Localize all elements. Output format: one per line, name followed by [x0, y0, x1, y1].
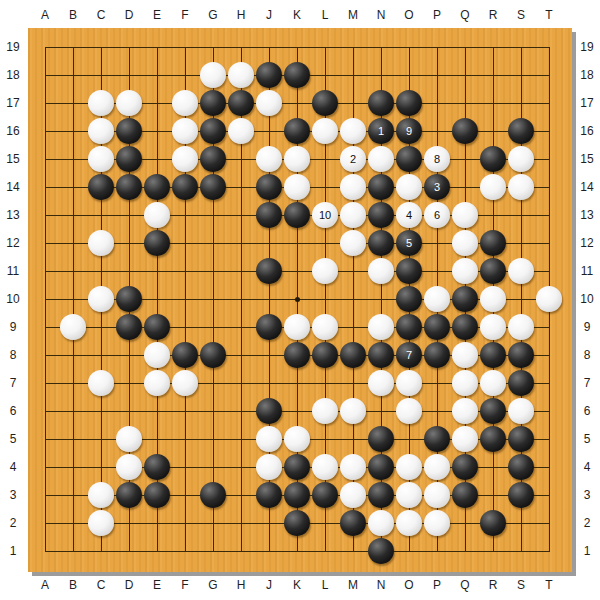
row-label-right: 12 [576, 236, 598, 250]
black-stone [144, 174, 170, 200]
black-stone [368, 482, 394, 508]
black-stone [424, 342, 450, 368]
white-stone [144, 342, 170, 368]
column-label-bottom: N [371, 578, 391, 592]
white-stone [396, 510, 422, 536]
black-stone [200, 118, 226, 144]
black-stone [284, 118, 310, 144]
white-stone [508, 146, 534, 172]
row-label-right: 5 [576, 432, 598, 446]
row-label-left: 5 [2, 432, 24, 446]
row-label-right: 19 [576, 40, 598, 54]
white-stone [256, 426, 282, 452]
white-stone [508, 174, 534, 200]
column-label-bottom: K [287, 578, 307, 592]
column-label-bottom: C [91, 578, 111, 592]
black-stone [368, 426, 394, 452]
black-stone [284, 202, 310, 228]
column-label-top: T [539, 8, 559, 22]
column-label-top: M [343, 8, 363, 22]
black-stone [480, 426, 506, 452]
row-label-left: 4 [2, 460, 24, 474]
column-label-bottom: S [511, 578, 531, 592]
column-label-bottom: L [315, 578, 335, 592]
move-number: 5 [406, 237, 412, 249]
white-stone [396, 398, 422, 424]
column-label-bottom: H [231, 578, 251, 592]
move-number: 9 [406, 125, 412, 137]
column-label-bottom: E [147, 578, 167, 592]
column-label-top: R [483, 8, 503, 22]
black-stone [452, 118, 478, 144]
white-stone [340, 118, 366, 144]
black-stone [340, 510, 366, 536]
row-label-left: 15 [2, 152, 24, 166]
white-stone [228, 62, 254, 88]
star-point [295, 297, 300, 302]
black-stone [116, 286, 142, 312]
white-stone [396, 370, 422, 396]
black-stone [284, 62, 310, 88]
white-stone [284, 314, 310, 340]
row-label-right: 3 [576, 488, 598, 502]
row-label-right: 1 [576, 544, 598, 558]
row-label-left: 12 [2, 236, 24, 250]
white-stone [340, 174, 366, 200]
row-label-right: 17 [576, 96, 598, 110]
column-label-top: A [35, 8, 55, 22]
move-number: 8 [434, 153, 440, 165]
black-stone [200, 174, 226, 200]
black-stone [88, 174, 114, 200]
white-stone [480, 286, 506, 312]
black-stone [368, 342, 394, 368]
black-stone [144, 230, 170, 256]
black-stone [396, 90, 422, 116]
white-stone [340, 230, 366, 256]
black-stone [256, 62, 282, 88]
white-stone [368, 146, 394, 172]
white-stone [116, 454, 142, 480]
black-stone [284, 482, 310, 508]
black-stone [368, 538, 394, 564]
go-board-app: 19283104657 AABBCCDDEEFFGGHHJJKKLLMMNNOO… [0, 0, 600, 600]
white-stone [312, 314, 338, 340]
black-stone [508, 342, 534, 368]
white-stone [88, 482, 114, 508]
black-stone: 3 [424, 174, 450, 200]
row-label-right: 4 [576, 460, 598, 474]
row-label-left: 11 [2, 264, 24, 278]
black-stone [368, 202, 394, 228]
column-label-bottom: T [539, 578, 559, 592]
column-label-top: D [119, 8, 139, 22]
black-stone [200, 342, 226, 368]
column-label-bottom: D [119, 578, 139, 592]
move-number: 7 [406, 349, 412, 361]
black-stone [508, 370, 534, 396]
black-stone [116, 118, 142, 144]
row-label-right: 13 [576, 208, 598, 222]
black-stone [228, 90, 254, 116]
black-stone [480, 230, 506, 256]
row-label-right: 15 [576, 152, 598, 166]
black-stone [396, 146, 422, 172]
white-stone [144, 202, 170, 228]
white-stone [452, 370, 478, 396]
column-label-top: J [259, 8, 279, 22]
white-stone [424, 510, 450, 536]
black-stone [508, 482, 534, 508]
black-stone [256, 482, 282, 508]
white-stone [340, 482, 366, 508]
black-stone [256, 258, 282, 284]
row-label-right: 7 [576, 376, 598, 390]
column-label-bottom: Q [455, 578, 475, 592]
black-stone [172, 342, 198, 368]
black-stone [256, 314, 282, 340]
move-number: 4 [406, 209, 412, 221]
white-stone [172, 90, 198, 116]
black-stone [116, 146, 142, 172]
white-stone [172, 118, 198, 144]
column-label-bottom: O [399, 578, 419, 592]
white-stone [424, 286, 450, 312]
row-label-right: 16 [576, 124, 598, 138]
white-stone [452, 258, 478, 284]
white-stone [368, 314, 394, 340]
white-stone [396, 482, 422, 508]
white-stone [88, 370, 114, 396]
row-label-right: 14 [576, 180, 598, 194]
column-label-top: H [231, 8, 251, 22]
white-stone: 6 [424, 202, 450, 228]
row-label-left: 13 [2, 208, 24, 222]
column-label-bottom: P [427, 578, 447, 592]
black-stone [284, 510, 310, 536]
row-label-left: 19 [2, 40, 24, 54]
column-label-bottom: B [63, 578, 83, 592]
row-label-left: 2 [2, 516, 24, 530]
white-stone [200, 62, 226, 88]
column-label-bottom: J [259, 578, 279, 592]
black-stone [116, 314, 142, 340]
black-stone [452, 286, 478, 312]
white-stone [284, 174, 310, 200]
column-label-bottom: A [35, 578, 55, 592]
black-stone [200, 90, 226, 116]
white-stone: 8 [424, 146, 450, 172]
black-stone [200, 482, 226, 508]
column-label-bottom: G [203, 578, 223, 592]
black-stone: 7 [396, 342, 422, 368]
white-stone: 4 [396, 202, 422, 228]
move-number: 3 [434, 181, 440, 193]
row-label-left: 7 [2, 376, 24, 390]
row-label-left: 3 [2, 488, 24, 502]
black-stone [480, 342, 506, 368]
black-stone [312, 90, 338, 116]
black-stone [480, 146, 506, 172]
white-stone [508, 398, 534, 424]
white-stone: 10 [312, 202, 338, 228]
white-stone [60, 314, 86, 340]
black-stone [396, 314, 422, 340]
white-stone [396, 174, 422, 200]
black-stone [144, 482, 170, 508]
white-stone [452, 426, 478, 452]
white-stone [144, 370, 170, 396]
white-stone [312, 258, 338, 284]
white-stone [424, 482, 450, 508]
row-label-right: 18 [576, 68, 598, 82]
black-stone [312, 482, 338, 508]
white-stone [340, 398, 366, 424]
black-stone [284, 342, 310, 368]
black-stone [424, 426, 450, 452]
black-stone [396, 258, 422, 284]
row-label-right: 2 [576, 516, 598, 530]
white-stone [480, 314, 506, 340]
white-stone [256, 146, 282, 172]
row-label-left: 16 [2, 124, 24, 138]
move-number: 6 [434, 209, 440, 221]
black-stone [508, 454, 534, 480]
white-stone [368, 258, 394, 284]
move-number: 1 [378, 125, 384, 137]
black-stone [368, 454, 394, 480]
black-stone [284, 454, 310, 480]
black-stone: 1 [368, 118, 394, 144]
column-label-bottom: M [343, 578, 363, 592]
white-stone [256, 454, 282, 480]
white-stone: 2 [340, 146, 366, 172]
black-stone [480, 398, 506, 424]
column-label-top: P [427, 8, 447, 22]
column-label-top: B [63, 8, 83, 22]
column-label-top: O [399, 8, 419, 22]
white-stone [508, 314, 534, 340]
column-label-bottom: F [175, 578, 195, 592]
white-stone [368, 510, 394, 536]
white-stone [116, 426, 142, 452]
white-stone [88, 90, 114, 116]
white-stone [312, 118, 338, 144]
column-label-bottom: R [483, 578, 503, 592]
column-label-top: S [511, 8, 531, 22]
black-stone [452, 454, 478, 480]
black-stone [200, 146, 226, 172]
black-stone [368, 230, 394, 256]
black-stone [340, 342, 366, 368]
white-stone [480, 370, 506, 396]
white-stone [452, 230, 478, 256]
white-stone [312, 454, 338, 480]
black-stone [312, 342, 338, 368]
white-stone [228, 118, 254, 144]
column-label-top: N [371, 8, 391, 22]
row-label-right: 10 [576, 292, 598, 306]
column-label-top: L [315, 8, 335, 22]
column-label-top: K [287, 8, 307, 22]
black-stone [396, 286, 422, 312]
move-number: 10 [319, 209, 331, 221]
black-stone [508, 118, 534, 144]
white-stone [340, 202, 366, 228]
row-label-right: 8 [576, 348, 598, 362]
row-label-left: 1 [2, 544, 24, 558]
white-stone [284, 426, 310, 452]
row-label-left: 9 [2, 320, 24, 334]
column-label-top: E [147, 8, 167, 22]
row-label-left: 10 [2, 292, 24, 306]
white-stone [508, 258, 534, 284]
row-label-left: 6 [2, 404, 24, 418]
black-stone [452, 482, 478, 508]
black-stone: 5 [396, 230, 422, 256]
white-stone [536, 286, 562, 312]
black-stone [144, 454, 170, 480]
row-label-left: 14 [2, 180, 24, 194]
row-label-left: 17 [2, 96, 24, 110]
white-stone [452, 398, 478, 424]
white-stone [396, 454, 422, 480]
white-stone [312, 398, 338, 424]
go-board[interactable]: 19283104657 [28, 28, 572, 572]
white-stone [172, 370, 198, 396]
white-stone [256, 90, 282, 116]
black-stone [480, 510, 506, 536]
white-stone [88, 230, 114, 256]
black-stone [172, 174, 198, 200]
white-stone [424, 454, 450, 480]
white-stone [452, 342, 478, 368]
column-label-top: C [91, 8, 111, 22]
black-stone [256, 174, 282, 200]
column-label-top: F [175, 8, 195, 22]
move-number: 2 [350, 153, 356, 165]
column-label-top: G [203, 8, 223, 22]
white-stone [172, 146, 198, 172]
black-stone: 9 [396, 118, 422, 144]
white-stone [88, 286, 114, 312]
black-stone [508, 426, 534, 452]
black-stone [116, 482, 142, 508]
column-label-top: Q [455, 8, 475, 22]
white-stone [340, 454, 366, 480]
black-stone [480, 258, 506, 284]
white-stone [452, 202, 478, 228]
row-label-right: 6 [576, 404, 598, 418]
black-stone [424, 314, 450, 340]
black-stone [116, 174, 142, 200]
black-stone [368, 90, 394, 116]
white-stone [88, 146, 114, 172]
white-stone [116, 90, 142, 116]
white-stone [88, 510, 114, 536]
row-label-left: 18 [2, 68, 24, 82]
white-stone [88, 118, 114, 144]
white-stone [368, 370, 394, 396]
white-stone [284, 146, 310, 172]
row-label-right: 9 [576, 320, 598, 334]
row-label-right: 11 [576, 264, 598, 278]
black-stone [368, 174, 394, 200]
row-label-left: 8 [2, 348, 24, 362]
black-stone [256, 202, 282, 228]
black-stone [452, 314, 478, 340]
black-stone [144, 314, 170, 340]
white-stone [480, 174, 506, 200]
black-stone [256, 398, 282, 424]
